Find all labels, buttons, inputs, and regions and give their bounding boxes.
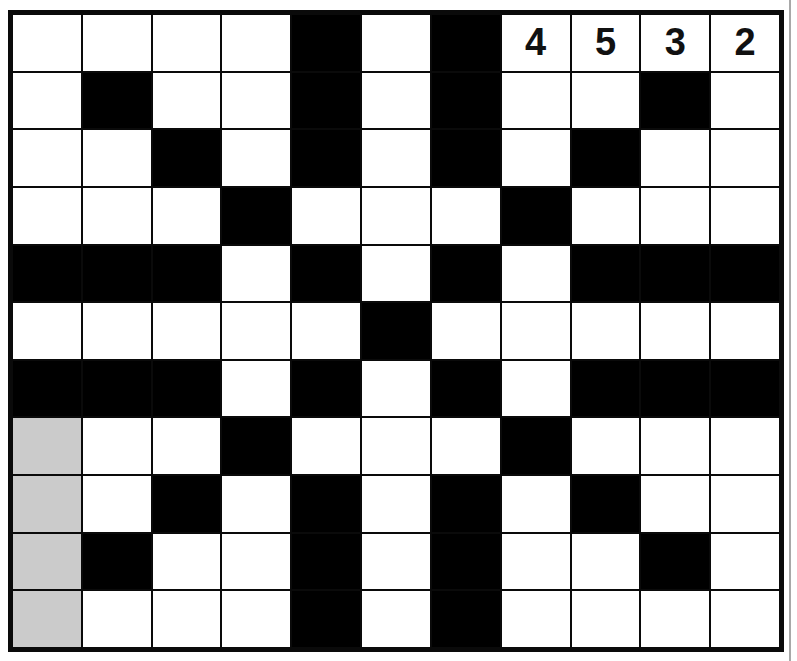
- cell-r5c10: [641, 246, 709, 302]
- cell-r6c2[interactable]: [83, 303, 151, 359]
- cell-r4c2[interactable]: [83, 188, 151, 244]
- cell-r8c11[interactable]: [711, 418, 779, 474]
- cell-r9c1[interactable]: [13, 476, 81, 532]
- cell-r3c3: [153, 130, 221, 186]
- cell-r7c1: [13, 361, 81, 417]
- cell-r9c6[interactable]: [362, 476, 430, 532]
- cell-r10c8[interactable]: [502, 534, 570, 590]
- cell-r10c3[interactable]: [153, 534, 221, 590]
- cell-r9c3: [153, 476, 221, 532]
- cell-r4c11[interactable]: [711, 188, 779, 244]
- cell-r7c6[interactable]: [362, 361, 430, 417]
- cell-r10c7: [432, 534, 500, 590]
- cell-r7c7: [432, 361, 500, 417]
- cell-r3c8[interactable]: [502, 130, 570, 186]
- cell-r9c2[interactable]: [83, 476, 151, 532]
- page-edge-line: [789, 0, 791, 661]
- cell-r9c4[interactable]: [222, 476, 290, 532]
- cell-r5c5: [292, 246, 360, 302]
- cell-r4c7[interactable]: [432, 188, 500, 244]
- cell-r9c5: [292, 476, 360, 532]
- cell-r5c8[interactable]: [502, 246, 570, 302]
- crossword-board: 4532: [8, 10, 784, 652]
- cell-r2c3[interactable]: [153, 73, 221, 129]
- cell-r6c3[interactable]: [153, 303, 221, 359]
- cell-r1c10[interactable]: 3: [641, 15, 709, 71]
- cell-r2c11[interactable]: [711, 73, 779, 129]
- cell-r8c4: [222, 418, 290, 474]
- cell-r5c4[interactable]: [222, 246, 290, 302]
- cell-r2c9[interactable]: [572, 73, 640, 129]
- cell-r1c6[interactable]: [362, 15, 430, 71]
- cell-r4c9[interactable]: [572, 188, 640, 244]
- cell-r11c2[interactable]: [83, 591, 151, 647]
- cell-r4c5[interactable]: [292, 188, 360, 244]
- cell-r1c9[interactable]: 5: [572, 15, 640, 71]
- cell-r8c3[interactable]: [153, 418, 221, 474]
- cell-r9c8[interactable]: [502, 476, 570, 532]
- cell-r6c5[interactable]: [292, 303, 360, 359]
- cell-r10c10: [641, 534, 709, 590]
- cell-r7c11: [711, 361, 779, 417]
- cell-r3c6[interactable]: [362, 130, 430, 186]
- cell-r10c4[interactable]: [222, 534, 290, 590]
- cell-r3c1[interactable]: [13, 130, 81, 186]
- cell-r8c7[interactable]: [432, 418, 500, 474]
- cell-r9c7: [432, 476, 500, 532]
- cell-r3c2[interactable]: [83, 130, 151, 186]
- cell-r3c10[interactable]: [641, 130, 709, 186]
- cell-r11c9[interactable]: [572, 591, 640, 647]
- cell-r1c4[interactable]: [222, 15, 290, 71]
- cell-r5c2: [83, 246, 151, 302]
- cell-r3c4[interactable]: [222, 130, 290, 186]
- cell-r1c7: [432, 15, 500, 71]
- cell-r8c9[interactable]: [572, 418, 640, 474]
- cell-r3c11[interactable]: [711, 130, 779, 186]
- cell-r8c10[interactable]: [641, 418, 709, 474]
- cell-r11c8[interactable]: [502, 591, 570, 647]
- cell-r7c4[interactable]: [222, 361, 290, 417]
- cell-r10c9[interactable]: [572, 534, 640, 590]
- cell-r1c8[interactable]: 4: [502, 15, 570, 71]
- cell-r11c11[interactable]: [711, 591, 779, 647]
- cell-r6c9[interactable]: [572, 303, 640, 359]
- cell-r7c10: [641, 361, 709, 417]
- cell-r4c6[interactable]: [362, 188, 430, 244]
- cell-r11c3[interactable]: [153, 591, 221, 647]
- cell-r1c2[interactable]: [83, 15, 151, 71]
- cell-r11c4[interactable]: [222, 591, 290, 647]
- cell-r6c10[interactable]: [641, 303, 709, 359]
- cell-r1c11[interactable]: 2: [711, 15, 779, 71]
- cell-r6c7[interactable]: [432, 303, 500, 359]
- cell-r10c2: [83, 534, 151, 590]
- cell-r2c1[interactable]: [13, 73, 81, 129]
- cell-r9c9: [572, 476, 640, 532]
- cell-r3c9: [572, 130, 640, 186]
- cell-r1c1[interactable]: [13, 15, 81, 71]
- cell-r10c1[interactable]: [13, 534, 81, 590]
- cell-r5c9: [572, 246, 640, 302]
- cell-r4c8: [502, 188, 570, 244]
- cell-r6c6: [362, 303, 430, 359]
- cell-r7c9: [572, 361, 640, 417]
- cell-r10c11[interactable]: [711, 534, 779, 590]
- cell-r5c11: [711, 246, 779, 302]
- cell-r3c7: [432, 130, 500, 186]
- cell-r11c10[interactable]: [641, 591, 709, 647]
- cell-r10c6[interactable]: [362, 534, 430, 590]
- cell-r11c7: [432, 591, 500, 647]
- cell-r7c3: [153, 361, 221, 417]
- cell-r4c1[interactable]: [13, 188, 81, 244]
- cell-r2c8[interactable]: [502, 73, 570, 129]
- cell-r1c3[interactable]: [153, 15, 221, 71]
- cell-r8c8: [502, 418, 570, 474]
- cell-r6c1[interactable]: [13, 303, 81, 359]
- cell-r2c7: [432, 73, 500, 129]
- cell-r11c1[interactable]: [13, 591, 81, 647]
- cell-r5c6[interactable]: [362, 246, 430, 302]
- cell-r7c8[interactable]: [502, 361, 570, 417]
- cell-r2c6[interactable]: [362, 73, 430, 129]
- cell-r8c6[interactable]: [362, 418, 430, 474]
- cell-r7c5: [292, 361, 360, 417]
- cell-r6c11[interactable]: [711, 303, 779, 359]
- puzzle-page: 4532: [0, 0, 797, 661]
- cell-r1c5: [292, 15, 360, 71]
- cell-r2c2: [83, 73, 151, 129]
- cell-r9c11[interactable]: [711, 476, 779, 532]
- cell-r4c3[interactable]: [153, 188, 221, 244]
- cell-r5c1: [13, 246, 81, 302]
- cell-r6c4[interactable]: [222, 303, 290, 359]
- cell-r11c5: [292, 591, 360, 647]
- cell-r10c5: [292, 534, 360, 590]
- cell-r8c5[interactable]: [292, 418, 360, 474]
- cell-r2c4[interactable]: [222, 73, 290, 129]
- cell-r5c7: [432, 246, 500, 302]
- cell-r11c6[interactable]: [362, 591, 430, 647]
- cell-r4c10[interactable]: [641, 188, 709, 244]
- cell-r2c10: [641, 73, 709, 129]
- cell-r9c10[interactable]: [641, 476, 709, 532]
- cell-r3c5: [292, 130, 360, 186]
- cell-r5c3: [153, 246, 221, 302]
- cell-r8c1[interactable]: [13, 418, 81, 474]
- cell-r6c8[interactable]: [502, 303, 570, 359]
- cell-r4c4: [222, 188, 290, 244]
- cell-r2c5: [292, 73, 360, 129]
- cell-r7c2: [83, 361, 151, 417]
- cell-r8c2[interactable]: [83, 418, 151, 474]
